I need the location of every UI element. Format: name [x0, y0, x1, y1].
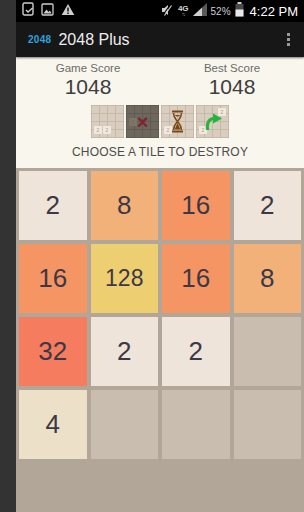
- app-bar: 2048 2048 Plus: [16, 22, 304, 57]
- board-grid: 281621612816832224: [19, 171, 301, 459]
- empty-cell: [91, 390, 159, 459]
- hourglass-icon: [161, 105, 194, 138]
- tile-2[interactable]: 2: [19, 171, 87, 240]
- tile-16[interactable]: 16: [162, 244, 230, 313]
- tile-2[interactable]: 2: [91, 317, 159, 386]
- tile-4[interactable]: 4: [19, 390, 87, 459]
- hourglass-tool-button[interactable]: 2: [161, 105, 194, 138]
- destroy-tile-tool-button[interactable]: 2 ×: [126, 105, 159, 138]
- instruction-text: CHOOSE A TILE TO DESTROY: [16, 145, 304, 159]
- best-score-value: 1048: [160, 75, 304, 99]
- best-score-label: Best Score: [160, 62, 304, 74]
- tile-128[interactable]: 128: [91, 244, 159, 313]
- mini-tile: 2: [103, 126, 111, 134]
- game-score-box: Game Score 1048: [16, 62, 160, 99]
- game-board: 281621612816832224: [16, 168, 304, 512]
- status-icons-right: 4G ↑↓ 52% 4:22 PM: [161, 2, 298, 21]
- image-icon: [41, 2, 54, 20]
- network-4g-icon: 4G ↑↓: [178, 5, 189, 17]
- tile-8[interactable]: 8: [91, 171, 159, 240]
- app-logo: 2048: [28, 34, 51, 45]
- tile-32[interactable]: 32: [19, 317, 87, 386]
- score-panel: Game Score 1048 Best Score 1048: [16, 57, 304, 99]
- tile-2[interactable]: 2: [162, 317, 230, 386]
- mini-tile: 2: [94, 126, 102, 134]
- mute-icon: [161, 2, 174, 20]
- destroy-x-icon: ×: [126, 105, 159, 138]
- game-score-value: 1048: [16, 75, 160, 99]
- status-bar: 4G ↑↓ 52% 4:22 PM: [16, 0, 304, 22]
- tile-8[interactable]: 8: [234, 244, 302, 313]
- overflow-menu-icon[interactable]: [285, 29, 292, 50]
- tools-row: 2 2 2 × 2 2 2: [16, 105, 304, 138]
- battery-percent: 52%: [211, 6, 231, 17]
- tile-16[interactable]: 16: [162, 171, 230, 240]
- empty-cell: [234, 390, 302, 459]
- signal-icon: [193, 2, 207, 20]
- warning-icon: [61, 2, 75, 20]
- swap-arrow-icon: [196, 105, 229, 138]
- phone-screen: 4G ↑↓ 52% 4:22 PM 2048 2048 Plus Game Sc…: [16, 0, 304, 512]
- swap-tool-button[interactable]: 2 2: [196, 105, 229, 138]
- spawn-tool-button[interactable]: 2 2: [91, 105, 124, 138]
- empty-cell: [234, 317, 302, 386]
- tile-2[interactable]: 2: [234, 171, 302, 240]
- game-score-label: Game Score: [16, 62, 160, 74]
- empty-cell: [162, 390, 230, 459]
- best-score-box: Best Score 1048: [160, 62, 304, 99]
- screenshot-icon: [22, 2, 34, 20]
- battery-icon: [235, 2, 244, 21]
- clock-time: 4:22 PM: [250, 4, 298, 19]
- status-icons-left: [22, 2, 75, 20]
- app-title: 2048 Plus: [58, 31, 129, 49]
- tile-16[interactable]: 16: [19, 244, 87, 313]
